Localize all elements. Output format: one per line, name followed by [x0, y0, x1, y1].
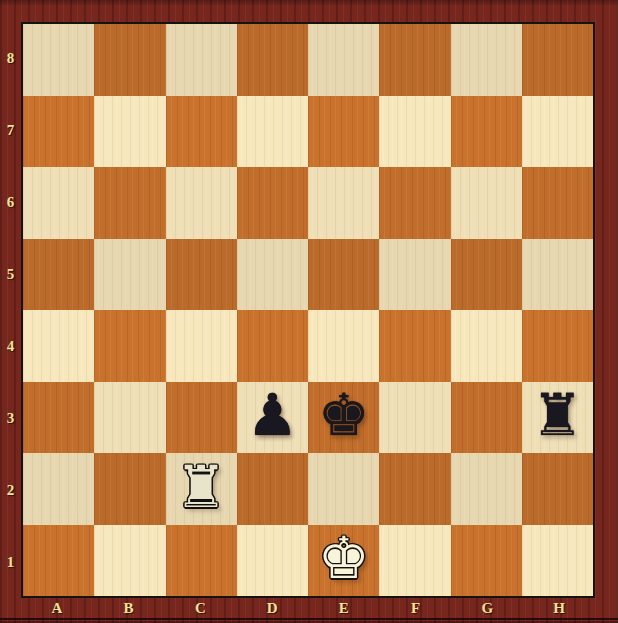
- square-f1[interactable]: [379, 525, 450, 597]
- square-h5[interactable]: [522, 239, 593, 311]
- square-f6[interactable]: [379, 167, 450, 239]
- square-a1[interactable]: [23, 525, 94, 597]
- square-d7[interactable]: [237, 96, 308, 168]
- square-b3[interactable]: [94, 382, 165, 454]
- piece-black-rook[interactable]: ♜: [531, 386, 583, 444]
- square-c5[interactable]: [166, 239, 237, 311]
- square-b5[interactable]: [94, 239, 165, 311]
- square-b4[interactable]: [94, 310, 165, 382]
- piece-white-king[interactable]: ♚: [318, 529, 370, 587]
- square-a7[interactable]: [23, 96, 94, 168]
- square-b6[interactable]: [94, 167, 165, 239]
- square-c2[interactable]: ♜: [166, 453, 237, 525]
- square-d6[interactable]: [237, 167, 308, 239]
- file-label-g: G: [452, 598, 524, 619]
- square-g3[interactable]: [451, 382, 522, 454]
- square-g2[interactable]: [451, 453, 522, 525]
- square-g8[interactable]: [451, 24, 522, 96]
- square-a4[interactable]: [23, 310, 94, 382]
- square-c3[interactable]: [166, 382, 237, 454]
- rank-label-5: 5: [0, 238, 21, 310]
- rank-label-8: 8: [0, 22, 21, 94]
- square-a2[interactable]: [23, 453, 94, 525]
- square-c8[interactable]: [166, 24, 237, 96]
- square-f2[interactable]: [379, 453, 450, 525]
- square-g7[interactable]: [451, 96, 522, 168]
- square-g1[interactable]: [451, 525, 522, 597]
- square-c4[interactable]: [166, 310, 237, 382]
- square-e3[interactable]: ♚: [308, 382, 379, 454]
- square-a5[interactable]: [23, 239, 94, 311]
- square-g5[interactable]: [451, 239, 522, 311]
- square-g6[interactable]: [451, 167, 522, 239]
- square-c1[interactable]: [166, 525, 237, 597]
- file-label-c: C: [165, 598, 237, 619]
- square-d4[interactable]: [237, 310, 308, 382]
- file-label-e: E: [308, 598, 380, 619]
- square-b7[interactable]: [94, 96, 165, 168]
- square-c7[interactable]: [166, 96, 237, 168]
- square-h8[interactable]: [522, 24, 593, 96]
- square-e1[interactable]: ♚: [308, 525, 379, 597]
- square-e7[interactable]: [308, 96, 379, 168]
- file-label-d: D: [236, 598, 308, 619]
- square-f8[interactable]: [379, 24, 450, 96]
- square-e8[interactable]: [308, 24, 379, 96]
- chess-board: ♟♚♜♜♚: [21, 22, 595, 598]
- square-c6[interactable]: [166, 167, 237, 239]
- rank-label-4: 4: [0, 310, 21, 382]
- square-b8[interactable]: [94, 24, 165, 96]
- square-b1[interactable]: [94, 525, 165, 597]
- square-e5[interactable]: [308, 239, 379, 311]
- square-h1[interactable]: [522, 525, 593, 597]
- file-labels: ABCDEFGH: [21, 598, 595, 619]
- square-h2[interactable]: [522, 453, 593, 525]
- square-h6[interactable]: [522, 167, 593, 239]
- square-h4[interactable]: [522, 310, 593, 382]
- square-h7[interactable]: [522, 96, 593, 168]
- square-d1[interactable]: [237, 525, 308, 597]
- piece-black-pawn[interactable]: ♟: [246, 386, 298, 444]
- rank-label-7: 7: [0, 94, 21, 166]
- square-a8[interactable]: [23, 24, 94, 96]
- file-label-a: A: [21, 598, 93, 619]
- square-f4[interactable]: [379, 310, 450, 382]
- file-label-b: B: [93, 598, 165, 619]
- rank-label-6: 6: [0, 166, 21, 238]
- square-a3[interactable]: [23, 382, 94, 454]
- frame-bottom-groove: [0, 618, 618, 620]
- square-a6[interactable]: [23, 167, 94, 239]
- chess-board-frame: 87654321 ♟♚♜♜♚ ABCDEFGH: [0, 0, 618, 623]
- piece-white-rook[interactable]: ♜: [175, 458, 227, 516]
- rank-label-2: 2: [0, 454, 21, 526]
- square-f5[interactable]: [379, 239, 450, 311]
- square-e2[interactable]: [308, 453, 379, 525]
- rank-label-3: 3: [0, 382, 21, 454]
- square-d5[interactable]: [237, 239, 308, 311]
- square-g4[interactable]: [451, 310, 522, 382]
- square-d3[interactable]: ♟: [237, 382, 308, 454]
- square-e6[interactable]: [308, 167, 379, 239]
- piece-black-king[interactable]: ♚: [318, 386, 370, 444]
- square-d2[interactable]: [237, 453, 308, 525]
- rank-labels: 87654321: [0, 22, 21, 598]
- square-d8[interactable]: [237, 24, 308, 96]
- square-b2[interactable]: [94, 453, 165, 525]
- square-h3[interactable]: ♜: [522, 382, 593, 454]
- square-e4[interactable]: [308, 310, 379, 382]
- file-label-f: F: [380, 598, 452, 619]
- rank-label-1: 1: [0, 526, 21, 598]
- file-label-h: H: [523, 598, 595, 619]
- square-f3[interactable]: [379, 382, 450, 454]
- square-f7[interactable]: [379, 96, 450, 168]
